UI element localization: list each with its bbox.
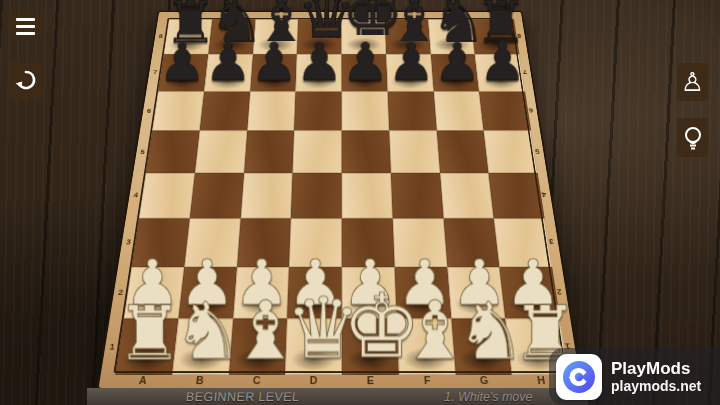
square-d4[interactable] — [291, 173, 342, 218]
square-a4[interactable] — [139, 173, 195, 218]
square-a1[interactable]: ♜ — [115, 319, 178, 375]
square-f1[interactable]: ♝ — [396, 319, 455, 375]
black-pawn[interactable]: ♟ — [250, 36, 296, 89]
difficulty-label: BEGINNER LEVEL — [185, 390, 300, 404]
white-bishop[interactable]: ♝ — [398, 290, 455, 371]
square-e4[interactable] — [342, 173, 393, 218]
square-g5[interactable] — [436, 131, 488, 173]
menu-button[interactable] — [10, 12, 41, 40]
square-f6[interactable] — [387, 91, 436, 131]
square-g7[interactable]: ♟ — [430, 54, 479, 91]
square-h5[interactable] — [484, 131, 538, 173]
playmods-name: PlayMods — [611, 359, 701, 379]
lightbulb-icon — [680, 124, 706, 152]
playmods-watermark[interactable]: PlayMods playmods.net — [549, 348, 720, 405]
square-f7[interactable]: ♟ — [386, 54, 433, 91]
square-a6[interactable] — [152, 91, 204, 131]
square-c4[interactable] — [240, 173, 292, 218]
playmods-app-icon — [556, 354, 602, 400]
rank-label-4-left: 4 — [131, 191, 141, 198]
square-d7[interactable]: ♟ — [296, 54, 342, 91]
file-label-g: G — [478, 375, 491, 386]
black-pawn[interactable]: ♟ — [296, 36, 342, 89]
restart-icon — [14, 68, 38, 92]
square-g6[interactable] — [433, 91, 483, 131]
square-h4[interactable] — [489, 173, 545, 218]
file-label-e: E — [364, 375, 376, 386]
black-pawn[interactable]: ♟ — [158, 36, 204, 89]
square-b7[interactable]: ♟ — [204, 54, 253, 91]
square-d5[interactable] — [293, 131, 342, 173]
file-label-d: D — [308, 375, 320, 386]
square-c7[interactable]: ♟ — [250, 54, 297, 91]
white-bishop[interactable]: ♝ — [229, 290, 286, 371]
square-e7[interactable]: ♟ — [342, 54, 388, 91]
file-label-b: B — [193, 375, 206, 386]
square-b5[interactable] — [195, 131, 247, 173]
white-king[interactable]: ♚ — [342, 283, 399, 372]
white-rook[interactable]: ♜ — [116, 296, 173, 371]
square-d1[interactable]: ♛ — [285, 319, 342, 375]
file-label-f: F — [421, 375, 433, 386]
rank-label-3-left: 3 — [123, 238, 134, 246]
square-e1[interactable]: ♚ — [342, 319, 399, 375]
white-queen[interactable]: ♛ — [285, 286, 342, 371]
black-pawn[interactable]: ♟ — [387, 36, 433, 89]
square-g1[interactable]: ♞ — [451, 319, 512, 375]
square-a7[interactable]: ♟ — [158, 54, 208, 91]
restart-button[interactable] — [10, 61, 41, 99]
black-pawn[interactable]: ♟ — [479, 36, 525, 89]
square-a5[interactable] — [146, 131, 200, 173]
square-b1[interactable]: ♞ — [172, 319, 233, 375]
white-knight[interactable]: ♞ — [172, 292, 229, 371]
chess-board: ♜♞♝♛♚♝♞♜♟♟♟♟♟♟♟♟♟♟♟♟♟♟♟♟♜♞♝♛♚♝♞♜88776655… — [96, 11, 583, 390]
black-pawn[interactable]: ♟ — [204, 36, 250, 89]
square-d6[interactable] — [294, 91, 341, 131]
board-scene: ♜♞♝♛♚♝♞♜♟♟♟♟♟♟♟♟♟♟♟♟♟♟♟♟♜♞♝♛♚♝♞♜88776655… — [90, 0, 590, 405]
square-c1[interactable]: ♝ — [229, 319, 288, 375]
file-label-h: H — [535, 375, 548, 386]
square-h6[interactable] — [479, 91, 531, 131]
player-mode-button[interactable]: ♙ — [677, 63, 708, 101]
square-e5[interactable] — [342, 131, 391, 173]
rank-label-6-left: 6 — [144, 107, 154, 113]
black-pawn[interactable]: ♟ — [342, 36, 388, 89]
square-f5[interactable] — [389, 131, 440, 173]
hint-button[interactable] — [677, 118, 708, 157]
square-c5[interactable] — [244, 131, 295, 173]
square-g4[interactable] — [440, 173, 494, 218]
move-indicator: 1. White's move — [444, 390, 533, 404]
square-h7[interactable]: ♟ — [475, 54, 525, 91]
square-f4[interactable] — [391, 173, 444, 218]
square-c6[interactable] — [247, 91, 296, 131]
white-knight[interactable]: ♞ — [455, 292, 512, 371]
square-b4[interactable] — [190, 173, 244, 218]
rank-label-5-left: 5 — [138, 148, 148, 155]
square-b6[interactable] — [199, 91, 249, 131]
file-label-a: A — [136, 375, 149, 386]
black-pawn[interactable]: ♟ — [433, 36, 479, 89]
square-e6[interactable] — [342, 91, 389, 131]
file-label-c: C — [250, 375, 262, 386]
pawn-icon: ♙ — [681, 69, 704, 95]
playmods-site: playmods.net — [611, 378, 701, 394]
